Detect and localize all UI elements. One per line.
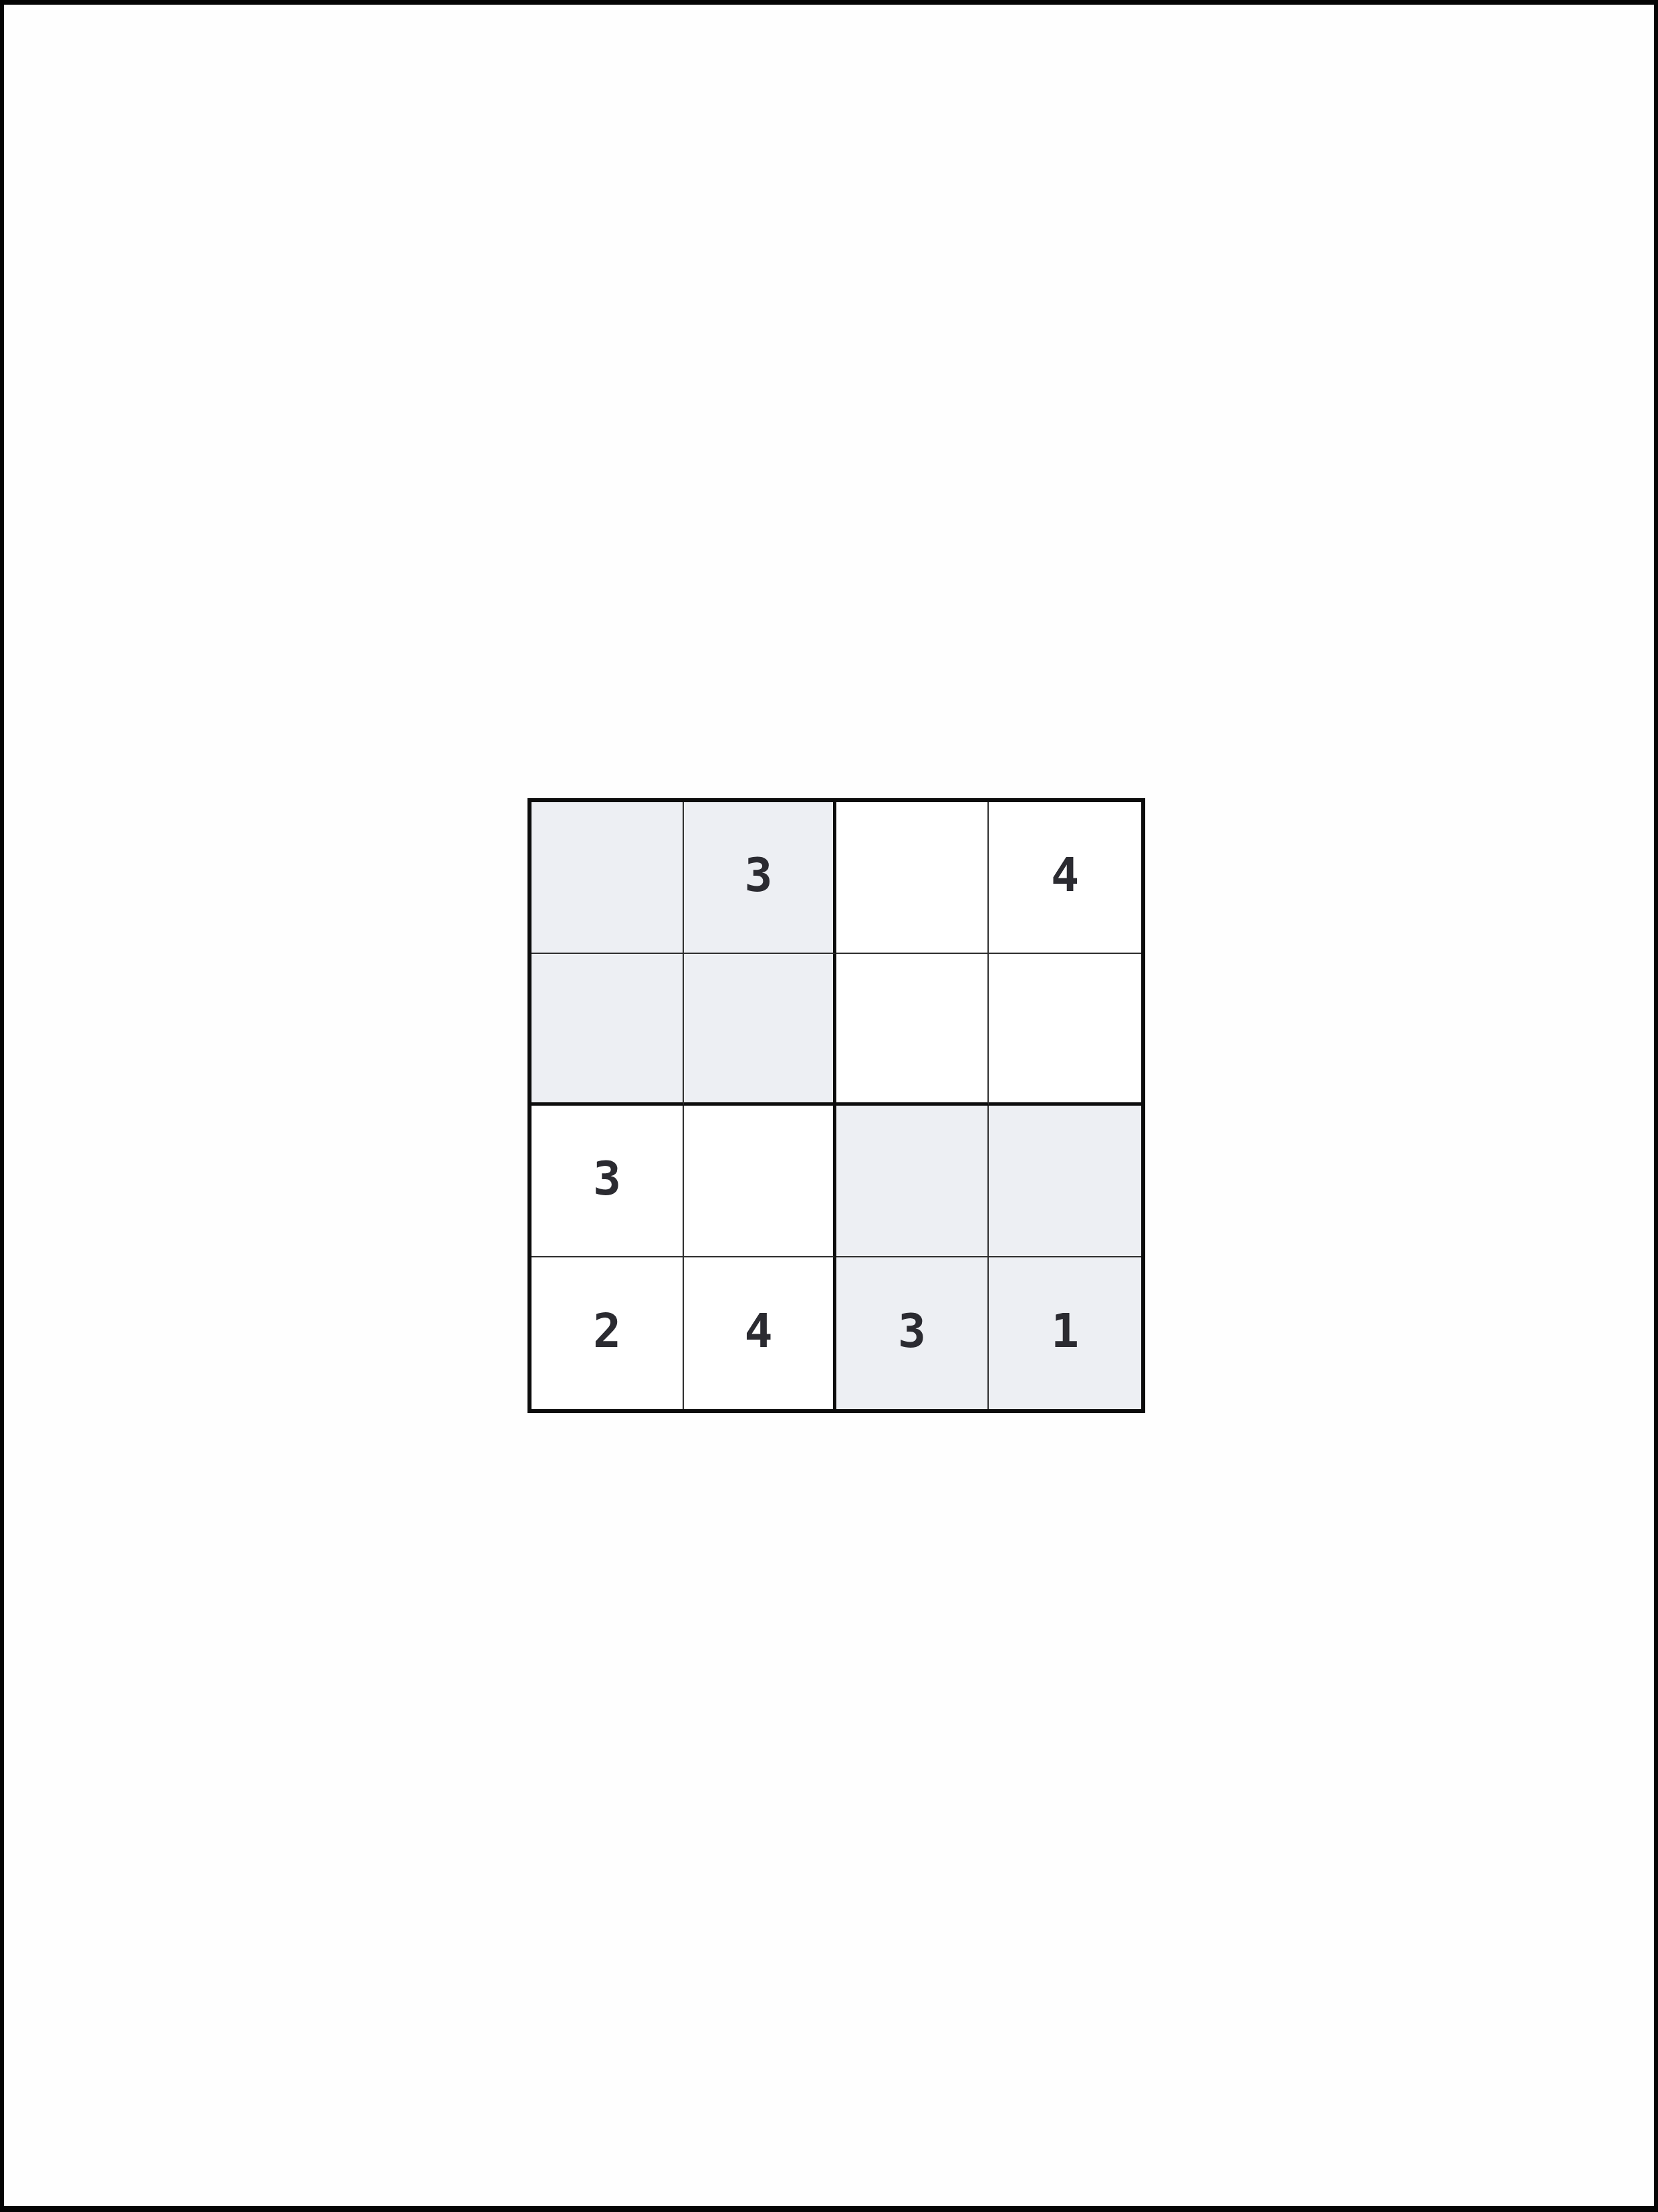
given-digit: 4 [744, 1308, 772, 1354]
cell-r3c2[interactable] [684, 1106, 836, 1257]
worksheet-page: 3432431 [0, 0, 1658, 2212]
cell-r1c1[interactable] [531, 802, 684, 954]
cell-r1c2: 3 [684, 802, 836, 954]
cell-r4c3: 3 [836, 1257, 989, 1409]
cell-r3c4[interactable] [989, 1106, 1141, 1257]
cell-r2c1[interactable] [531, 954, 684, 1106]
sudoku-grid: 3432431 [527, 798, 1145, 1413]
cell-r3c3[interactable] [836, 1106, 989, 1257]
given-digit: 3 [593, 1155, 621, 1202]
cell-r1c4: 4 [989, 802, 1141, 954]
cell-r4c4: 1 [989, 1257, 1141, 1409]
given-digit: 3 [898, 1308, 926, 1354]
given-digit: 1 [1051, 1308, 1079, 1354]
cell-r2c2[interactable] [684, 954, 836, 1106]
given-digit: 2 [593, 1308, 621, 1354]
cell-r4c2: 4 [684, 1257, 836, 1409]
cell-r2c3[interactable] [836, 954, 989, 1106]
given-digit: 4 [1051, 852, 1079, 898]
given-digit: 3 [744, 852, 772, 898]
cell-r2c4[interactable] [989, 954, 1141, 1106]
cell-r4c1: 2 [531, 1257, 684, 1409]
cell-r3c1: 3 [531, 1106, 684, 1257]
cell-r1c3[interactable] [836, 802, 989, 954]
